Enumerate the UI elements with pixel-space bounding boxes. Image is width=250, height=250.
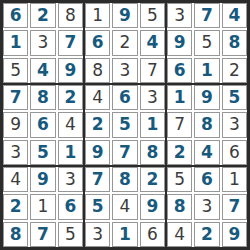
- cell-r2c7[interactable]: 9: [167, 30, 192, 55]
- cell-r4c7[interactable]: 1: [167, 85, 192, 110]
- cell-r1c8[interactable]: 7: [194, 3, 219, 28]
- cell-r4c8[interactable]: 9: [194, 85, 219, 110]
- cell-r7c2[interactable]: 9: [30, 167, 55, 192]
- cell-r8c2[interactable]: 1: [30, 194, 55, 219]
- cell-r6c3[interactable]: 1: [58, 140, 83, 165]
- cell-r8c4[interactable]: 5: [85, 194, 110, 219]
- cell-r7c7[interactable]: 5: [167, 167, 192, 192]
- cell-r3c2[interactable]: 4: [30, 58, 55, 83]
- cell-r2c4[interactable]: 6: [85, 30, 110, 55]
- sudoku-box-9: 561837429: [167, 167, 247, 247]
- cell-r8c8[interactable]: 3: [194, 194, 219, 219]
- cell-r4c4[interactable]: 4: [85, 85, 110, 110]
- cell-r5c9[interactable]: 3: [222, 112, 247, 137]
- cell-r5c4[interactable]: 2: [85, 112, 110, 137]
- cell-r1c1[interactable]: 6: [3, 3, 28, 28]
- cell-r6c9[interactable]: 6: [222, 140, 247, 165]
- cell-r4c9[interactable]: 5: [222, 85, 247, 110]
- sudoku-box-6: 195783246: [167, 85, 247, 165]
- cell-r5c2[interactable]: 6: [30, 112, 55, 137]
- cell-r2c6[interactable]: 4: [140, 30, 165, 55]
- sudoku-box-4: 782964351: [3, 85, 83, 165]
- cell-r3c7[interactable]: 6: [167, 58, 192, 83]
- cell-r5c6[interactable]: 1: [140, 112, 165, 137]
- cell-r7c6[interactable]: 2: [140, 167, 165, 192]
- cell-r1c4[interactable]: 1: [85, 3, 110, 28]
- cell-r1c6[interactable]: 5: [140, 3, 165, 28]
- cell-r7c3[interactable]: 3: [58, 167, 83, 192]
- sudoku-box-3: 374958612: [167, 3, 247, 83]
- cell-r9c2[interactable]: 7: [30, 222, 55, 247]
- cell-r5c8[interactable]: 8: [194, 112, 219, 137]
- cell-r9c1[interactable]: 8: [3, 222, 28, 247]
- cell-r7c9[interactable]: 1: [222, 167, 247, 192]
- cell-r5c5[interactable]: 5: [112, 112, 137, 137]
- cell-r1c7[interactable]: 3: [167, 3, 192, 28]
- cell-r9c5[interactable]: 1: [112, 222, 137, 247]
- sudoku-box-7: 493216875: [3, 167, 83, 247]
- cell-r9c8[interactable]: 2: [194, 222, 219, 247]
- cell-r9c3[interactable]: 5: [58, 222, 83, 247]
- cell-r6c4[interactable]: 9: [85, 140, 110, 165]
- cell-r2c8[interactable]: 5: [194, 30, 219, 55]
- cell-r6c1[interactable]: 3: [3, 140, 28, 165]
- cell-r1c5[interactable]: 9: [112, 3, 137, 28]
- cell-r4c1[interactable]: 7: [3, 85, 28, 110]
- cell-r8c9[interactable]: 7: [222, 194, 247, 219]
- cell-r5c7[interactable]: 7: [167, 112, 192, 137]
- cell-r8c3[interactable]: 6: [58, 194, 83, 219]
- cell-r3c5[interactable]: 3: [112, 58, 137, 83]
- cell-r5c3[interactable]: 4: [58, 112, 83, 137]
- cell-r4c2[interactable]: 8: [30, 85, 55, 110]
- cell-r6c6[interactable]: 8: [140, 140, 165, 165]
- cell-r4c5[interactable]: 6: [112, 85, 137, 110]
- cell-r2c5[interactable]: 2: [112, 30, 137, 55]
- cell-r3c3[interactable]: 9: [58, 58, 83, 83]
- cell-r4c6[interactable]: 3: [140, 85, 165, 110]
- sudoku-box-5: 463251978: [85, 85, 165, 165]
- cell-r3c8[interactable]: 1: [194, 58, 219, 83]
- cell-r2c1[interactable]: 1: [3, 30, 28, 55]
- cell-r1c9[interactable]: 4: [222, 3, 247, 28]
- cell-r6c5[interactable]: 7: [112, 140, 137, 165]
- cell-r9c4[interactable]: 3: [85, 222, 110, 247]
- sudoku-box-2: 195624837: [85, 3, 165, 83]
- cell-r1c2[interactable]: 2: [30, 3, 55, 28]
- cell-r3c4[interactable]: 8: [85, 58, 110, 83]
- cell-r8c7[interactable]: 8: [167, 194, 192, 219]
- cell-r3c9[interactable]: 2: [222, 58, 247, 83]
- cell-r8c5[interactable]: 4: [112, 194, 137, 219]
- cell-r7c4[interactable]: 7: [85, 167, 110, 192]
- cell-r2c2[interactable]: 3: [30, 30, 55, 55]
- cell-r9c6[interactable]: 6: [140, 222, 165, 247]
- sudoku-box-1: 628137549: [3, 3, 83, 83]
- cell-r6c8[interactable]: 4: [194, 140, 219, 165]
- sudoku-board: 6281375491956248373749586127829643514632…: [0, 0, 250, 250]
- cell-r8c1[interactable]: 2: [3, 194, 28, 219]
- cell-r2c9[interactable]: 8: [222, 30, 247, 55]
- cell-r3c1[interactable]: 5: [3, 58, 28, 83]
- cell-r2c3[interactable]: 7: [58, 30, 83, 55]
- cell-r9c7[interactable]: 4: [167, 222, 192, 247]
- cell-r7c1[interactable]: 4: [3, 167, 28, 192]
- cell-r9c9[interactable]: 9: [222, 222, 247, 247]
- cell-r8c6[interactable]: 9: [140, 194, 165, 219]
- cell-r6c7[interactable]: 2: [167, 140, 192, 165]
- cell-r7c5[interactable]: 8: [112, 167, 137, 192]
- cell-r3c6[interactable]: 7: [140, 58, 165, 83]
- cell-r5c1[interactable]: 9: [3, 112, 28, 137]
- cell-r6c2[interactable]: 5: [30, 140, 55, 165]
- cell-r1c3[interactable]: 8: [58, 3, 83, 28]
- cell-r7c8[interactable]: 6: [194, 167, 219, 192]
- cell-r4c3[interactable]: 2: [58, 85, 83, 110]
- sudoku-box-8: 782549316: [85, 167, 165, 247]
